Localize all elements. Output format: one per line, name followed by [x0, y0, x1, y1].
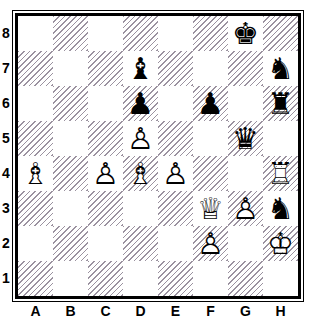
square-b8[interactable]	[53, 16, 88, 51]
square-g1[interactable]	[228, 261, 263, 296]
square-h6[interactable]: ♜	[263, 86, 298, 121]
square-e4[interactable]: ♟♙	[158, 156, 193, 191]
square-f3[interactable]: ♛♕	[193, 191, 228, 226]
square-d5[interactable]: ♟♙	[123, 121, 158, 156]
square-d7[interactable]: ♝	[123, 51, 158, 86]
board-frame: ♚♝♞♟♟♜♟♙♛♝♗♟♙♝♗♟♙♜♖♛♕♟♙♞♟♙♚♔	[12, 10, 304, 302]
square-e2[interactable]	[158, 226, 193, 261]
square-e8[interactable]	[158, 16, 193, 51]
rank-label-1: 1	[0, 261, 12, 296]
white-pawn: ♟♙	[88, 156, 123, 191]
white-queen: ♛♕	[193, 191, 228, 226]
file-label-g: G	[228, 303, 263, 319]
square-e7[interactable]	[158, 51, 193, 86]
square-a3[interactable]	[18, 191, 53, 226]
rank-label-6: 6	[0, 86, 12, 121]
square-f6[interactable]: ♟	[193, 86, 228, 121]
white-pawn: ♟♙	[158, 156, 193, 191]
square-b3[interactable]	[53, 191, 88, 226]
square-e6[interactable]	[158, 86, 193, 121]
file-labels: ABCDEFGH	[18, 303, 298, 319]
file-label-f: F	[193, 303, 228, 319]
rank-label-4: 4	[0, 156, 12, 191]
square-g6[interactable]	[228, 86, 263, 121]
rank-label-2: 2	[0, 226, 12, 261]
square-d2[interactable]	[123, 226, 158, 261]
white-pawn: ♟♙	[193, 226, 228, 261]
square-c4[interactable]: ♟♙	[88, 156, 123, 191]
square-a7[interactable]	[18, 51, 53, 86]
square-c7[interactable]	[88, 51, 123, 86]
square-a5[interactable]	[18, 121, 53, 156]
square-c2[interactable]	[88, 226, 123, 261]
square-h2[interactable]: ♚♔	[263, 226, 298, 261]
black-bishop: ♝	[123, 51, 158, 86]
square-a2[interactable]	[18, 226, 53, 261]
file-label-e: E	[158, 303, 193, 319]
white-bishop: ♝♗	[18, 156, 53, 191]
square-a8[interactable]	[18, 16, 53, 51]
square-b4[interactable]	[53, 156, 88, 191]
square-d6[interactable]: ♟	[123, 86, 158, 121]
square-d8[interactable]	[123, 16, 158, 51]
chess-diagram: 87654321 ♚♝♞♟♟♜♟♙♛♝♗♟♙♝♗♟♙♜♖♛♕♟♙♞♟♙♚♔ AB…	[0, 0, 314, 320]
square-f5[interactable]	[193, 121, 228, 156]
file-label-c: C	[88, 303, 123, 319]
file-label-b: B	[53, 303, 88, 319]
black-pawn: ♟	[123, 86, 158, 121]
black-king: ♚	[228, 16, 263, 51]
white-bishop: ♝♗	[123, 156, 158, 191]
square-e3[interactable]	[158, 191, 193, 226]
square-h8[interactable]	[263, 16, 298, 51]
white-pawn: ♟♙	[228, 191, 263, 226]
square-g2[interactable]	[228, 226, 263, 261]
square-d3[interactable]	[123, 191, 158, 226]
square-g3[interactable]: ♟♙	[228, 191, 263, 226]
square-g7[interactable]	[228, 51, 263, 86]
square-a1[interactable]	[18, 261, 53, 296]
square-d4[interactable]: ♝♗	[123, 156, 158, 191]
square-h5[interactable]	[263, 121, 298, 156]
black-knight: ♞	[263, 191, 298, 226]
square-g5[interactable]: ♛	[228, 121, 263, 156]
black-queen: ♛	[228, 121, 263, 156]
file-label-a: A	[18, 303, 53, 319]
square-f4[interactable]	[193, 156, 228, 191]
square-b2[interactable]	[53, 226, 88, 261]
white-rook: ♜♖	[263, 156, 298, 191]
rank-label-7: 7	[0, 51, 12, 86]
black-rook: ♜	[263, 86, 298, 121]
square-c5[interactable]	[88, 121, 123, 156]
square-c8[interactable]	[88, 16, 123, 51]
square-c1[interactable]	[88, 261, 123, 296]
square-b6[interactable]	[53, 86, 88, 121]
square-c6[interactable]	[88, 86, 123, 121]
chess-board: ♚♝♞♟♟♜♟♙♛♝♗♟♙♝♗♟♙♜♖♛♕♟♙♞♟♙♚♔	[15, 13, 301, 299]
square-f1[interactable]	[193, 261, 228, 296]
file-label-d: D	[123, 303, 158, 319]
square-f2[interactable]: ♟♙	[193, 226, 228, 261]
square-e5[interactable]	[158, 121, 193, 156]
file-label-h: H	[263, 303, 298, 319]
rank-label-3: 3	[0, 191, 12, 226]
white-king: ♚♔	[263, 226, 298, 261]
square-b1[interactable]	[53, 261, 88, 296]
square-c3[interactable]	[88, 191, 123, 226]
square-h3[interactable]: ♞	[263, 191, 298, 226]
square-b5[interactable]	[53, 121, 88, 156]
rank-label-5: 5	[0, 121, 12, 156]
square-f8[interactable]	[193, 16, 228, 51]
square-f7[interactable]	[193, 51, 228, 86]
square-h7[interactable]: ♞	[263, 51, 298, 86]
black-knight: ♞	[263, 51, 298, 86]
square-h1[interactable]	[263, 261, 298, 296]
square-b7[interactable]	[53, 51, 88, 86]
square-h4[interactable]: ♜♖	[263, 156, 298, 191]
square-e1[interactable]	[158, 261, 193, 296]
white-pawn: ♟♙	[123, 121, 158, 156]
square-d1[interactable]	[123, 261, 158, 296]
rank-labels: 87654321	[0, 16, 12, 296]
black-pawn: ♟	[193, 86, 228, 121]
square-a4[interactable]: ♝♗	[18, 156, 53, 191]
square-a6[interactable]	[18, 86, 53, 121]
square-g4[interactable]	[228, 156, 263, 191]
square-g8[interactable]: ♚	[228, 16, 263, 51]
rank-label-8: 8	[0, 16, 12, 51]
